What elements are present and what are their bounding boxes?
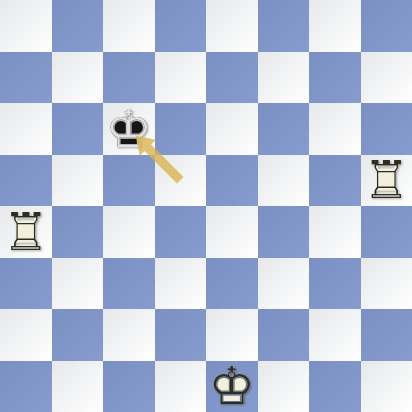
square-c2[interactable]: [103, 309, 155, 361]
square-e2[interactable]: [206, 309, 258, 361]
square-a3[interactable]: [0, 258, 52, 310]
square-a7[interactable]: [0, 52, 52, 104]
square-e4[interactable]: [206, 206, 258, 258]
square-h1[interactable]: [361, 361, 412, 412]
square-c6[interactable]: ♚♔: [103, 103, 155, 155]
square-a8[interactable]: [0, 0, 52, 52]
square-e3[interactable]: [206, 258, 258, 310]
square-b1[interactable]: [52, 361, 104, 412]
square-a6[interactable]: [0, 103, 52, 155]
square-d7[interactable]: [155, 52, 207, 104]
square-g3[interactable]: [309, 258, 361, 310]
square-c1[interactable]: [103, 361, 155, 412]
square-f5[interactable]: [258, 155, 310, 207]
square-f8[interactable]: [258, 0, 310, 52]
square-d5[interactable]: [155, 155, 207, 207]
square-f6[interactable]: [258, 103, 310, 155]
square-c5[interactable]: [103, 155, 155, 207]
chess-board: ♚♔♜♖♜♖♚♔: [0, 0, 412, 412]
white-rook[interactable]: ♜♖: [0, 206, 52, 258]
square-c7[interactable]: [103, 52, 155, 104]
square-h4[interactable]: [361, 206, 412, 258]
square-b7[interactable]: [52, 52, 104, 104]
square-g6[interactable]: [309, 103, 361, 155]
square-e1[interactable]: ♚♔: [206, 361, 258, 412]
square-b2[interactable]: [52, 309, 104, 361]
square-b4[interactable]: [52, 206, 104, 258]
square-b6[interactable]: [52, 103, 104, 155]
square-b3[interactable]: [52, 258, 104, 310]
square-d8[interactable]: [155, 0, 207, 52]
square-e8[interactable]: [206, 0, 258, 52]
square-e6[interactable]: [206, 103, 258, 155]
square-d2[interactable]: [155, 309, 207, 361]
white-king-outline: ♔: [206, 361, 258, 412]
white-rook-outline: ♖: [0, 206, 52, 258]
square-c4[interactable]: [103, 206, 155, 258]
square-a1[interactable]: [0, 361, 52, 412]
white-rook[interactable]: ♜♖: [361, 155, 412, 207]
square-g4[interactable]: [309, 206, 361, 258]
square-c3[interactable]: [103, 258, 155, 310]
square-f7[interactable]: [258, 52, 310, 104]
square-h7[interactable]: [361, 52, 412, 104]
square-a5[interactable]: [0, 155, 52, 207]
white-rook-outline: ♖: [361, 155, 412, 207]
square-g5[interactable]: [309, 155, 361, 207]
square-a4[interactable]: ♜♖: [0, 206, 52, 258]
square-g8[interactable]: [309, 0, 361, 52]
square-f3[interactable]: [258, 258, 310, 310]
square-h2[interactable]: [361, 309, 412, 361]
square-h3[interactable]: [361, 258, 412, 310]
square-a2[interactable]: [0, 309, 52, 361]
square-h5[interactable]: ♜♖: [361, 155, 412, 207]
chess-board-container: ♚♔♜♖♜♖♚♔: [0, 0, 412, 412]
square-b5[interactable]: [52, 155, 104, 207]
square-d4[interactable]: [155, 206, 207, 258]
square-d1[interactable]: [155, 361, 207, 412]
square-d6[interactable]: [155, 103, 207, 155]
square-g7[interactable]: [309, 52, 361, 104]
square-g2[interactable]: [309, 309, 361, 361]
square-f4[interactable]: [258, 206, 310, 258]
square-e5[interactable]: [206, 155, 258, 207]
square-g1[interactable]: [309, 361, 361, 412]
square-d3[interactable]: [155, 258, 207, 310]
black-king-outline: ♔: [103, 103, 155, 155]
square-b8[interactable]: [52, 0, 104, 52]
square-c8[interactable]: [103, 0, 155, 52]
square-e7[interactable]: [206, 52, 258, 104]
square-h8[interactable]: [361, 0, 412, 52]
square-h6[interactable]: [361, 103, 412, 155]
white-king[interactable]: ♚♔: [206, 361, 258, 412]
square-f1[interactable]: [258, 361, 310, 412]
black-king[interactable]: ♚♔: [103, 103, 155, 155]
square-f2[interactable]: [258, 309, 310, 361]
